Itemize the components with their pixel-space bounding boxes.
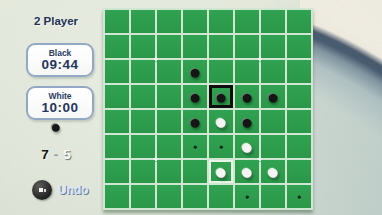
board-cell-d2[interactable] bbox=[183, 35, 207, 58]
board-cell-f1[interactable] bbox=[235, 10, 259, 33]
cursor-bracket bbox=[218, 105, 224, 108]
controller-button-icon bbox=[32, 180, 52, 200]
white-disc: ● bbox=[241, 136, 254, 157]
board-cell-f4[interactable]: ● bbox=[235, 85, 259, 108]
board-cell-g2[interactable] bbox=[261, 35, 285, 58]
board-cell-f8[interactable]: ● bbox=[235, 185, 259, 208]
white-clock: White 10:00 bbox=[26, 86, 94, 120]
score-display: 7-5 bbox=[0, 147, 112, 162]
board-cell-b4[interactable] bbox=[131, 85, 155, 108]
board-cell-f3[interactable] bbox=[235, 60, 259, 83]
board-cell-g4[interactable]: ● bbox=[261, 85, 285, 108]
cursor-bracket bbox=[218, 85, 224, 88]
board-cell-f7[interactable]: ● bbox=[235, 160, 259, 183]
board-cell-a2[interactable] bbox=[105, 35, 129, 58]
board-cell-g8[interactable] bbox=[261, 185, 285, 208]
black-disc: ● bbox=[189, 86, 202, 107]
black-disc: ● bbox=[267, 86, 280, 107]
board-cell-h3[interactable] bbox=[287, 60, 311, 83]
black-disc: ● bbox=[189, 61, 202, 82]
board-cell-e7[interactable]: ● bbox=[209, 160, 233, 183]
score-separator: - bbox=[54, 147, 59, 162]
board-cell-d3[interactable]: ● bbox=[183, 60, 207, 83]
board-cell-a8[interactable] bbox=[105, 185, 129, 208]
black-disc: ● bbox=[189, 111, 202, 132]
black-clock-time: 09:44 bbox=[41, 58, 78, 72]
board-cell-e6[interactable]: ● bbox=[209, 135, 233, 158]
white-disc: ● bbox=[241, 161, 254, 182]
board-cell-a3[interactable] bbox=[105, 60, 129, 83]
board-cell-h4[interactable] bbox=[287, 85, 311, 108]
black-clock: Black 09:44 bbox=[26, 43, 94, 77]
undo-button[interactable]: Undo bbox=[32, 180, 89, 200]
board-cell-f5[interactable]: ● bbox=[235, 110, 259, 133]
board-cell-a5[interactable] bbox=[105, 110, 129, 133]
cursor-bracket bbox=[209, 94, 212, 100]
board-cell-h5[interactable] bbox=[287, 110, 311, 133]
turn-indicator-black-disc-icon: ● bbox=[0, 118, 112, 136]
board-cell-a7[interactable] bbox=[105, 160, 129, 183]
board-cell-g5[interactable] bbox=[261, 110, 285, 133]
board-cell-e5[interactable]: ● bbox=[209, 110, 233, 133]
legal-move-dot[interactable]: ● bbox=[297, 193, 301, 200]
board-cell-d1[interactable] bbox=[183, 10, 207, 33]
board-cell-h6[interactable] bbox=[287, 135, 311, 158]
board-cell-f2[interactable] bbox=[235, 35, 259, 58]
board-cell-c4[interactable] bbox=[157, 85, 181, 108]
white-disc: ● bbox=[267, 161, 280, 182]
board-cell-b1[interactable] bbox=[131, 10, 155, 33]
board-cell-g6[interactable] bbox=[261, 135, 285, 158]
white-disc: ● bbox=[215, 111, 228, 132]
black-disc: ● bbox=[241, 111, 254, 132]
board-cell-a6[interactable] bbox=[105, 135, 129, 158]
board-cell-g3[interactable] bbox=[261, 60, 285, 83]
white-disc: ● bbox=[215, 161, 228, 182]
board-cell-g1[interactable] bbox=[261, 10, 285, 33]
board-cell-h7[interactable] bbox=[287, 160, 311, 183]
board-cell-f6[interactable]: ● bbox=[235, 135, 259, 158]
board-cell-d4[interactable]: ● bbox=[183, 85, 207, 108]
board-cell-e2[interactable] bbox=[209, 35, 233, 58]
score-white: 5 bbox=[63, 147, 71, 162]
board-cell-b3[interactable] bbox=[131, 60, 155, 83]
board-cell-c8[interactable] bbox=[157, 185, 181, 208]
cursor-bracket bbox=[230, 94, 233, 100]
board-cell-c5[interactable] bbox=[157, 110, 181, 133]
board-cell-e1[interactable] bbox=[209, 10, 233, 33]
board-cell-b2[interactable] bbox=[131, 35, 155, 58]
board-cell-c2[interactable] bbox=[157, 35, 181, 58]
board-cell-b7[interactable] bbox=[131, 160, 155, 183]
board-cell-e3[interactable] bbox=[209, 60, 233, 83]
score-black: 7 bbox=[41, 147, 49, 162]
black-disc: ● bbox=[241, 86, 254, 107]
board-cell-h2[interactable] bbox=[287, 35, 311, 58]
legal-move-dot[interactable]: ● bbox=[193, 143, 197, 150]
undo-button-label: Undo bbox=[58, 183, 89, 197]
board-cell-e4[interactable]: ● bbox=[209, 85, 233, 108]
board-cell-e8[interactable] bbox=[209, 185, 233, 208]
board-cell-c3[interactable] bbox=[157, 60, 181, 83]
white-clock-time: 10:00 bbox=[41, 101, 78, 115]
board-grid[interactable]: ●●●●●●●●●●●●●●●● bbox=[103, 8, 313, 210]
cursor-bracket bbox=[223, 98, 233, 108]
board-cell-c6[interactable] bbox=[157, 135, 181, 158]
legal-move-dot[interactable]: ● bbox=[219, 143, 223, 150]
board-cell-d7[interactable] bbox=[183, 160, 207, 183]
board-cell-h1[interactable] bbox=[287, 10, 311, 33]
board-cell-c1[interactable] bbox=[157, 10, 181, 33]
board-cell-d8[interactable] bbox=[183, 185, 207, 208]
board-cell-b8[interactable] bbox=[131, 185, 155, 208]
game-mode-label: 2 Player bbox=[0, 15, 112, 27]
board-cell-g7[interactable]: ● bbox=[261, 160, 285, 183]
board-cell-h8[interactable]: ● bbox=[287, 185, 311, 208]
board-cell-d6[interactable]: ● bbox=[183, 135, 207, 158]
board-cell-d5[interactable]: ● bbox=[183, 110, 207, 133]
legal-move-dot[interactable]: ● bbox=[245, 193, 249, 200]
board-cell-a4[interactable] bbox=[105, 85, 129, 108]
board-cell-a1[interactable] bbox=[105, 10, 129, 33]
board-cell-c7[interactable] bbox=[157, 160, 181, 183]
board-cell-b6[interactable] bbox=[131, 135, 155, 158]
board-cell-b5[interactable] bbox=[131, 110, 155, 133]
